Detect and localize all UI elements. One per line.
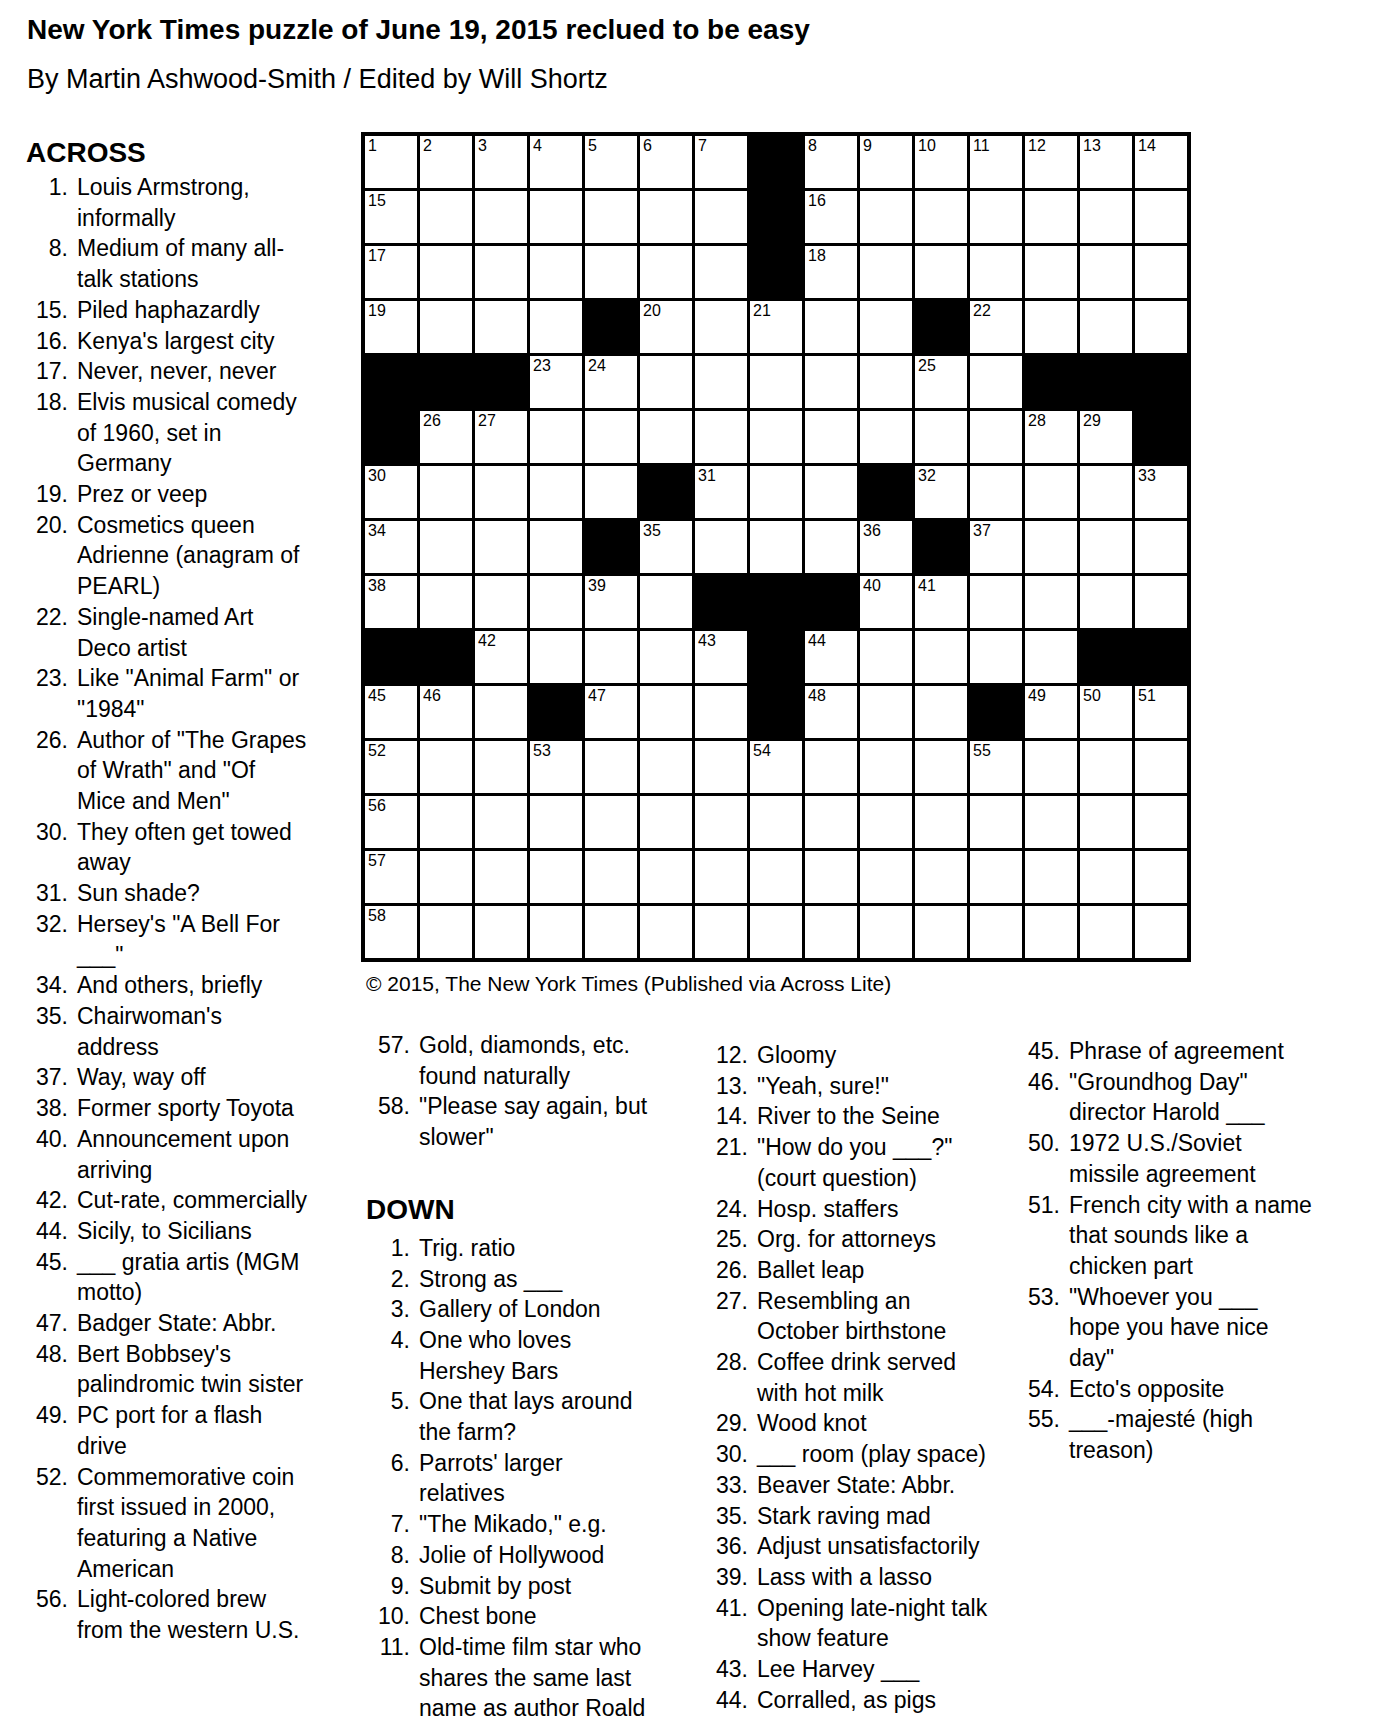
grid-cell[interactable] — [860, 686, 912, 738]
clue-number: 16. — [24, 326, 68, 357]
grid-cell[interactable]: 45 — [365, 686, 417, 738]
grid-cell[interactable] — [640, 411, 692, 463]
grid-cell[interactable] — [530, 576, 582, 628]
cell-number: 32 — [918, 467, 936, 485]
grid-cell[interactable] — [585, 411, 637, 463]
black-square — [1135, 411, 1187, 463]
grid-cell[interactable] — [860, 906, 912, 958]
grid-cell[interactable] — [585, 631, 637, 683]
grid-cell[interactable] — [750, 851, 802, 903]
grid-cell[interactable] — [805, 796, 857, 848]
grid-cell[interactable] — [860, 796, 912, 848]
grid-cell[interactable]: 8 — [805, 136, 857, 188]
grid-cell[interactable]: 29 — [1080, 411, 1132, 463]
black-square — [750, 191, 802, 243]
grid-cell[interactable] — [475, 246, 527, 298]
grid-cell[interactable] — [420, 906, 472, 958]
grid-cell[interactable] — [640, 906, 692, 958]
grid-cell[interactable]: 14 — [1135, 136, 1187, 188]
grid-cell[interactable] — [1025, 851, 1077, 903]
down-header: DOWN — [366, 1193, 651, 1227]
grid-cell[interactable]: 3 — [475, 136, 527, 188]
clue-number: 1. — [366, 1233, 410, 1264]
grid-cell[interactable] — [970, 576, 1022, 628]
clue-down-11: 11.Old-time film star who shares the sam… — [366, 1632, 651, 1724]
grid-cell[interactable] — [1135, 521, 1187, 573]
grid-cell[interactable] — [1080, 521, 1132, 573]
clue-text: Cut-rate, commercially — [77, 1185, 309, 1216]
grid-cell[interactable] — [1080, 246, 1132, 298]
clue-number: 26. — [700, 1255, 748, 1286]
grid-cell[interactable] — [420, 796, 472, 848]
grid-cell[interactable] — [805, 466, 857, 518]
grid-cell[interactable] — [805, 301, 857, 353]
grid-cell[interactable] — [585, 191, 637, 243]
grid-cell[interactable] — [970, 356, 1022, 408]
grid-cell[interactable] — [970, 906, 1022, 958]
grid-cell[interactable]: 56 — [365, 796, 417, 848]
grid-cell[interactable]: 26 — [420, 411, 472, 463]
grid-cell[interactable] — [530, 411, 582, 463]
black-square — [1080, 631, 1132, 683]
grid-cell[interactable] — [640, 356, 692, 408]
grid-cell[interactable] — [970, 851, 1022, 903]
clue-number: 32. — [24, 909, 68, 970]
clue-number: 22. — [24, 602, 68, 663]
grid-cell[interactable]: 33 — [1135, 466, 1187, 518]
grid-cell[interactable] — [915, 246, 967, 298]
grid-cell[interactable] — [805, 356, 857, 408]
grid-cell[interactable]: 27 — [475, 411, 527, 463]
clue-down-10: 10.Chest bone — [366, 1601, 651, 1632]
grid-cell[interactable] — [695, 246, 747, 298]
clue-text: "Please say again, but slower" — [419, 1091, 651, 1152]
grid-cell[interactable]: 51 — [1135, 686, 1187, 738]
grid-cell[interactable] — [915, 851, 967, 903]
clue-number: 7. — [366, 1509, 410, 1540]
grid-cell[interactable] — [915, 191, 967, 243]
grid-cell[interactable] — [1135, 851, 1187, 903]
clue-across-40: 40.Announcement upon arriving — [24, 1124, 309, 1185]
grid-cell[interactable] — [695, 796, 747, 848]
grid-cell[interactable]: 58 — [365, 906, 417, 958]
grid-cell[interactable] — [475, 466, 527, 518]
clue-number: 58. — [366, 1091, 410, 1152]
clue-text: Ecto's opposite — [1069, 1374, 1313, 1405]
grid-cell[interactable] — [805, 851, 857, 903]
grid-cell[interactable] — [1135, 796, 1187, 848]
clue-text: River to the Seine — [757, 1101, 994, 1132]
grid-cell[interactable] — [640, 246, 692, 298]
clue-column-mixed: 57.Gold, diamonds, etc. found naturally5… — [366, 1030, 651, 1724]
grid-cell[interactable] — [530, 466, 582, 518]
grid-cell[interactable] — [1025, 576, 1077, 628]
clue-down-54: 54.Ecto's opposite — [1012, 1374, 1313, 1405]
clue-number: 1. — [24, 172, 68, 233]
grid-cell[interactable]: 42 — [475, 631, 527, 683]
grid-cell[interactable] — [420, 851, 472, 903]
clue-number: 29. — [700, 1408, 748, 1439]
clue-text: One who loves Hershey Bars — [419, 1325, 651, 1386]
clue-number: 38. — [24, 1093, 68, 1124]
grid-cell[interactable] — [1025, 741, 1077, 793]
cell-number: 4 — [533, 137, 542, 155]
grid-cell[interactable]: 17 — [365, 246, 417, 298]
grid-cell[interactable]: 37 — [970, 521, 1022, 573]
grid-cell[interactable] — [475, 521, 527, 573]
cell-number: 43 — [698, 632, 716, 650]
clue-down-41: 41.Opening late-night talk show feature — [700, 1593, 994, 1654]
grid-cell[interactable] — [585, 851, 637, 903]
grid-cell[interactable] — [860, 851, 912, 903]
grid-cell[interactable]: 7 — [695, 136, 747, 188]
grid-cell[interactable] — [860, 411, 912, 463]
black-square — [695, 576, 747, 628]
cell-number: 18 — [808, 247, 826, 265]
copyright-note: © 2015, The New York Times (Published vi… — [366, 972, 891, 996]
grid-cell[interactable]: 36 — [860, 521, 912, 573]
cell-number: 23 — [533, 357, 551, 375]
grid-cell[interactable]: 41 — [915, 576, 967, 628]
grid-cell[interactable]: 23 — [530, 356, 582, 408]
grid-cell[interactable] — [530, 521, 582, 573]
grid-cell[interactable] — [420, 741, 472, 793]
clue-text: Way, way off — [77, 1062, 309, 1093]
grid-cell[interactable] — [750, 411, 802, 463]
grid-cell[interactable] — [420, 191, 472, 243]
grid-cell[interactable] — [585, 466, 637, 518]
grid-cell[interactable]: 21 — [750, 301, 802, 353]
grid-cell[interactable] — [1025, 301, 1077, 353]
grid-cell[interactable]: 15 — [365, 191, 417, 243]
grid-cell[interactable]: 39 — [585, 576, 637, 628]
grid-cell[interactable] — [860, 741, 912, 793]
grid-cell[interactable] — [805, 906, 857, 958]
grid-cell[interactable] — [750, 466, 802, 518]
grid-cell[interactable] — [1135, 576, 1187, 628]
grid-cell[interactable] — [1135, 741, 1187, 793]
clue-across-31: 31.Sun shade? — [24, 878, 309, 909]
grid-cell[interactable]: 44 — [805, 631, 857, 683]
clue-text: Badger State: Abbr. — [77, 1308, 309, 1339]
cell-number: 51 — [1138, 687, 1156, 705]
grid-cell[interactable]: 40 — [860, 576, 912, 628]
grid-cell[interactable] — [970, 411, 1022, 463]
grid-cell[interactable] — [1080, 851, 1132, 903]
clue-text: Gold, diamonds, etc. found naturally — [419, 1030, 651, 1091]
grid-cell[interactable] — [1080, 906, 1132, 958]
grid-cell[interactable] — [475, 906, 527, 958]
black-square — [915, 521, 967, 573]
clue-text: Ballet leap — [757, 1255, 994, 1286]
grid-cell[interactable] — [915, 411, 967, 463]
grid-cell[interactable]: 6 — [640, 136, 692, 188]
grid-cell[interactable] — [860, 356, 912, 408]
grid-cell[interactable] — [915, 906, 967, 958]
clue-number: 39. — [700, 1562, 748, 1593]
grid-cell[interactable] — [475, 741, 527, 793]
grid-cell[interactable]: 20 — [640, 301, 692, 353]
grid-cell[interactable] — [695, 906, 747, 958]
clue-text: French city with a name that sounds like… — [1069, 1190, 1313, 1282]
clue-across-35: 35.Chairwoman's address — [24, 1001, 309, 1062]
clue-column-down-2: 12.Gloomy13."Yeah, sure!"14.River to the… — [700, 1040, 994, 1715]
clue-text: "Whoever you ___ hope you have nice day" — [1069, 1282, 1313, 1374]
grid-cell[interactable] — [750, 356, 802, 408]
clue-text: Beaver State: Abbr. — [757, 1470, 994, 1501]
grid-cell[interactable] — [640, 851, 692, 903]
grid-cell[interactable] — [1025, 246, 1077, 298]
black-square — [750, 246, 802, 298]
grid-cell[interactable] — [1025, 466, 1077, 518]
grid-cell[interactable]: 43 — [695, 631, 747, 683]
grid-cell[interactable]: 31 — [695, 466, 747, 518]
grid-cell[interactable] — [420, 246, 472, 298]
clue-number: 20. — [24, 510, 68, 602]
cell-number: 53 — [533, 742, 551, 760]
clue-text: Former sporty Toyota — [77, 1093, 309, 1124]
grid-cell[interactable] — [805, 521, 857, 573]
grid-cell[interactable] — [915, 741, 967, 793]
grid-cell[interactable] — [860, 631, 912, 683]
clue-number: 21. — [700, 1132, 748, 1193]
grid-cell[interactable]: 12 — [1025, 136, 1077, 188]
grid-cell[interactable] — [640, 576, 692, 628]
grid-cell[interactable] — [1135, 246, 1187, 298]
grid-cell[interactable] — [1025, 796, 1077, 848]
clue-across-26: 26.Author of "The Grapes of Wrath" and "… — [24, 725, 309, 817]
grid-cell[interactable] — [970, 246, 1022, 298]
grid-cell[interactable] — [420, 466, 472, 518]
grid-cell[interactable] — [530, 906, 582, 958]
grid-cell[interactable] — [805, 741, 857, 793]
grid-cell[interactable]: 35 — [640, 521, 692, 573]
clue-text: "Groundhog Day" director Harold ___ — [1069, 1067, 1313, 1128]
clue-number: 11. — [366, 1632, 410, 1724]
grid-cell[interactable]: 38 — [365, 576, 417, 628]
grid-cell[interactable] — [475, 301, 527, 353]
clue-number: 30. — [24, 817, 68, 878]
grid-cell[interactable] — [420, 521, 472, 573]
grid-cell[interactable] — [530, 246, 582, 298]
grid-cell[interactable] — [695, 686, 747, 738]
grid-cell[interactable] — [1080, 301, 1132, 353]
grid-cell[interactable]: 25 — [915, 356, 967, 408]
grid-cell[interactable] — [695, 301, 747, 353]
grid-cell[interactable] — [1080, 576, 1132, 628]
grid-cell[interactable] — [475, 851, 527, 903]
black-square — [1135, 356, 1187, 408]
grid-cell[interactable] — [750, 796, 802, 848]
grid-cell[interactable]: 54 — [750, 741, 802, 793]
grid-cell[interactable]: 34 — [365, 521, 417, 573]
grid-cell[interactable] — [860, 246, 912, 298]
clue-number: 15. — [24, 295, 68, 326]
clue-across-47: 47.Badger State: Abbr. — [24, 1308, 309, 1339]
grid-cell[interactable] — [420, 576, 472, 628]
clue-number: 47. — [24, 1308, 68, 1339]
grid-cell[interactable] — [475, 796, 527, 848]
grid-cell[interactable] — [1025, 521, 1077, 573]
grid-cell[interactable] — [1080, 741, 1132, 793]
grid-cell[interactable] — [530, 631, 582, 683]
clue-down-26: 26.Ballet leap — [700, 1255, 994, 1286]
clue-number: 52. — [24, 1462, 68, 1585]
grid-cell[interactable]: 1 — [365, 136, 417, 188]
grid-cell[interactable]: 30 — [365, 466, 417, 518]
grid-cell[interactable]: 24 — [585, 356, 637, 408]
black-square — [530, 686, 582, 738]
grid-cell[interactable] — [1025, 906, 1077, 958]
clue-number: 34. — [24, 970, 68, 1001]
clue-text: Lee Harvey ___ — [757, 1654, 994, 1685]
clue-number: 27. — [700, 1286, 748, 1347]
clue-text: PC port for a flash drive — [77, 1400, 309, 1461]
grid-cell[interactable]: 19 — [365, 301, 417, 353]
grid-cell[interactable] — [1080, 191, 1132, 243]
clue-down-50: 50.1972 U.S./Soviet missile agreement — [1012, 1128, 1313, 1189]
grid-cell[interactable] — [915, 686, 967, 738]
grid-cell[interactable]: 32 — [915, 466, 967, 518]
grid-cell[interactable] — [640, 686, 692, 738]
grid-cell[interactable]: 47 — [585, 686, 637, 738]
grid-cell[interactable]: 11 — [970, 136, 1022, 188]
clue-number: 8. — [24, 233, 68, 294]
grid-cell[interactable]: 10 — [915, 136, 967, 188]
grid-cell[interactable]: 9 — [860, 136, 912, 188]
cell-number: 15 — [368, 192, 386, 210]
grid-cell[interactable] — [530, 191, 582, 243]
grid-cell[interactable] — [640, 191, 692, 243]
grid-cell[interactable] — [1135, 301, 1187, 353]
grid-cell[interactable] — [805, 411, 857, 463]
grid-cell[interactable] — [475, 686, 527, 738]
grid-cell[interactable] — [970, 796, 1022, 848]
clue-down-30: 30.___ room (play space) — [700, 1439, 994, 1470]
grid-cell[interactable]: 28 — [1025, 411, 1077, 463]
clue-number: 55. — [1012, 1404, 1060, 1465]
grid-cell[interactable] — [640, 796, 692, 848]
clue-text: Gloomy — [757, 1040, 994, 1071]
grid-cell[interactable]: 55 — [970, 741, 1022, 793]
grid-cell[interactable] — [750, 521, 802, 573]
clue-number: 18. — [24, 387, 68, 479]
grid-cell[interactable] — [1135, 191, 1187, 243]
grid-cell[interactable] — [640, 741, 692, 793]
cell-number: 14 — [1138, 137, 1156, 155]
grid-cell[interactable] — [695, 191, 747, 243]
clue-across-30: 30.They often get towed away — [24, 817, 309, 878]
clue-text: Commemorative coin first issued in 2000,… — [77, 1462, 309, 1585]
cell-number: 38 — [368, 577, 386, 595]
grid-cell[interactable] — [695, 411, 747, 463]
grid-cell[interactable] — [530, 301, 582, 353]
grid-cell[interactable] — [1080, 466, 1132, 518]
grid-cell[interactable]: 57 — [365, 851, 417, 903]
clue-text: Opening late-night talk show feature — [757, 1593, 994, 1654]
grid-cell[interactable] — [1025, 631, 1077, 683]
grid-cell[interactable] — [585, 741, 637, 793]
grid-cell[interactable] — [585, 246, 637, 298]
grid-cell[interactable] — [585, 906, 637, 958]
clue-text: Resembling an October birthstone — [757, 1286, 994, 1347]
grid-cell[interactable] — [695, 741, 747, 793]
grid-cell[interactable] — [695, 356, 747, 408]
grid-cell[interactable] — [530, 851, 582, 903]
grid-cell[interactable] — [1025, 191, 1077, 243]
clue-number: 45. — [1012, 1036, 1060, 1067]
grid-cell[interactable]: 13 — [1080, 136, 1132, 188]
grid-cell[interactable] — [915, 796, 967, 848]
grid-cell[interactable] — [1080, 796, 1132, 848]
grid-cell[interactable] — [475, 191, 527, 243]
clue-across-58: 58."Please say again, but slower" — [366, 1091, 651, 1152]
grid-cell[interactable] — [420, 301, 472, 353]
clue-down-46: 46."Groundhog Day" director Harold ___ — [1012, 1067, 1313, 1128]
grid-cell[interactable]: 4 — [530, 136, 582, 188]
grid-cell[interactable] — [475, 576, 527, 628]
clue-down-4: 4.One who loves Hershey Bars — [366, 1325, 651, 1386]
clue-down-14: 14.River to the Seine — [700, 1101, 994, 1132]
clue-number: 12. — [700, 1040, 748, 1071]
clue-across-49: 49.PC port for a flash drive — [24, 1400, 309, 1461]
black-square — [475, 356, 527, 408]
grid-cell[interactable]: 53 — [530, 741, 582, 793]
grid-cell[interactable]: 49 — [1025, 686, 1077, 738]
grid-cell[interactable] — [695, 521, 747, 573]
grid-cell[interactable] — [585, 796, 637, 848]
grid-cell[interactable]: 50 — [1080, 686, 1132, 738]
grid-cell[interactable]: 48 — [805, 686, 857, 738]
grid-cell[interactable] — [970, 191, 1022, 243]
grid-cell[interactable] — [860, 191, 912, 243]
clue-text: Cosmetics queen Adrienne (anagram of PEA… — [77, 510, 309, 602]
clue-number: 43. — [700, 1654, 748, 1685]
grid-cell[interactable] — [640, 631, 692, 683]
clue-number: 48. — [24, 1339, 68, 1400]
cell-number: 10 — [918, 137, 936, 155]
grid-cell[interactable] — [970, 466, 1022, 518]
clue-text: Lass with a lasso — [757, 1562, 994, 1593]
clue-text: Chest bone — [419, 1601, 651, 1632]
clue-number: 33. — [700, 1470, 748, 1501]
grid-cell[interactable]: 2 — [420, 136, 472, 188]
cell-number: 57 — [368, 852, 386, 870]
grid-cell[interactable] — [695, 851, 747, 903]
grid-cell[interactable]: 22 — [970, 301, 1022, 353]
grid-cell[interactable] — [530, 796, 582, 848]
grid-cell[interactable]: 18 — [805, 246, 857, 298]
grid-cell[interactable]: 16 — [805, 191, 857, 243]
cell-number: 49 — [1028, 687, 1046, 705]
clue-text: Piled haphazardly — [77, 295, 309, 326]
clue-across-44: 44.Sicily, to Sicilians — [24, 1216, 309, 1247]
grid-cell[interactable]: 5 — [585, 136, 637, 188]
grid-cell[interactable] — [915, 631, 967, 683]
clue-number: 19. — [24, 479, 68, 510]
clue-text: Coffee drink served with hot milk — [757, 1347, 994, 1408]
grid-cell[interactable] — [860, 301, 912, 353]
clue-text: 1972 U.S./Soviet missile agreement — [1069, 1128, 1313, 1189]
clue-number: 10. — [366, 1601, 410, 1632]
grid-cell[interactable]: 46 — [420, 686, 472, 738]
clue-down-3: 3.Gallery of London — [366, 1294, 651, 1325]
grid-cell[interactable] — [1135, 906, 1187, 958]
grid-cell[interactable] — [750, 906, 802, 958]
clue-text: Corralled, as pigs — [757, 1685, 994, 1716]
grid-cell[interactable]: 52 — [365, 741, 417, 793]
grid-cell[interactable] — [970, 631, 1022, 683]
